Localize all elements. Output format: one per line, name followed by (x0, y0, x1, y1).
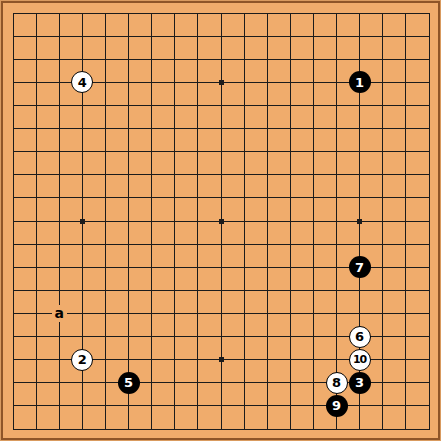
stones-grid: 12345678910a (1, 1, 440, 440)
point-label-a: a (52, 305, 67, 322)
stone-white-6[interactable]: 6 (349, 326, 371, 348)
stone-white-4[interactable]: 4 (71, 71, 93, 93)
go-board[interactable]: 12345678910a (0, 0, 441, 441)
stone-black-9[interactable]: 9 (326, 395, 348, 417)
stone-white-10[interactable]: 10 (349, 349, 371, 371)
stone-black-7[interactable]: 7 (349, 256, 371, 278)
stone-white-8[interactable]: 8 (326, 372, 348, 394)
stone-white-2[interactable]: 2 (71, 349, 93, 371)
stone-black-3[interactable]: 3 (349, 372, 371, 394)
stone-black-5[interactable]: 5 (118, 372, 140, 394)
stone-black-1[interactable]: 1 (349, 71, 371, 93)
